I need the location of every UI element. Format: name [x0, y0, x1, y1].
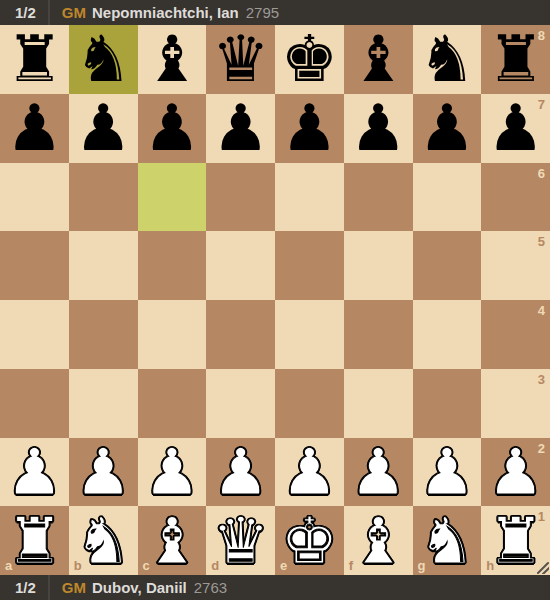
square-e8[interactable]: ♚ — [275, 25, 344, 94]
piece-white-pawn[interactable]: ♟ — [212, 438, 269, 506]
square-d6[interactable] — [206, 163, 275, 232]
piece-black-knight[interactable]: ♞ — [418, 25, 475, 93]
board-container: ♜♞♝♛♚♝♞8♜♟♟♟♟♟♟♟7♟6543♟♟♟♟♟♟♟2♟a♜b♞c♝d♛e… — [0, 25, 550, 575]
square-d4[interactable] — [206, 300, 275, 369]
square-c5[interactable] — [138, 231, 207, 300]
square-b7[interactable]: ♟ — [69, 94, 138, 163]
piece-black-pawn[interactable]: ♟ — [143, 94, 200, 162]
square-b5[interactable] — [69, 231, 138, 300]
square-e6[interactable] — [275, 163, 344, 232]
square-h2[interactable]: 2♟ — [481, 438, 550, 507]
piece-white-pawn[interactable]: ♟ — [349, 438, 406, 506]
piece-white-bishop[interactable]: ♝ — [349, 507, 406, 575]
piece-white-queen[interactable]: ♛ — [212, 507, 269, 575]
square-e5[interactable] — [275, 231, 344, 300]
square-f7[interactable]: ♟ — [344, 94, 413, 163]
square-a3[interactable] — [0, 369, 69, 438]
piece-white-knight[interactable]: ♞ — [74, 507, 131, 575]
player-title-bottom: GM — [62, 579, 86, 596]
piece-black-pawn[interactable]: ♟ — [212, 94, 269, 162]
coordinate-rank-3: 3 — [538, 372, 545, 387]
broadcast-game-widget: 1/2 GM Nepomniachtchi, Ian 2795 ♜♞♝♛♚♝♞8… — [0, 0, 550, 600]
square-h6[interactable]: 6 — [481, 163, 550, 232]
square-g3[interactable] — [413, 369, 482, 438]
square-h7[interactable]: 7♟ — [481, 94, 550, 163]
piece-black-bishop[interactable]: ♝ — [143, 25, 200, 93]
square-g5[interactable] — [413, 231, 482, 300]
square-a6[interactable] — [0, 163, 69, 232]
square-b3[interactable] — [69, 369, 138, 438]
player-title-top: GM — [62, 4, 86, 21]
piece-white-pawn[interactable]: ♟ — [6, 438, 63, 506]
square-h4[interactable]: 4 — [481, 300, 550, 369]
square-c7[interactable]: ♟ — [138, 94, 207, 163]
square-d3[interactable] — [206, 369, 275, 438]
result-bottom: 1/2 — [15, 579, 36, 596]
piece-black-pawn[interactable]: ♟ — [74, 94, 131, 162]
coordinate-rank-6: 6 — [538, 166, 545, 181]
square-d8[interactable]: ♛ — [206, 25, 275, 94]
piece-black-pawn[interactable]: ♟ — [418, 94, 475, 162]
square-f2[interactable]: ♟ — [344, 438, 413, 507]
square-h8[interactable]: 8♜ — [481, 25, 550, 94]
piece-white-bishop[interactable]: ♝ — [143, 507, 200, 575]
square-a7[interactable]: ♟ — [0, 94, 69, 163]
square-b1[interactable]: b♞ — [69, 506, 138, 575]
square-e2[interactable]: ♟ — [275, 438, 344, 507]
square-f8[interactable]: ♝ — [344, 25, 413, 94]
square-f6[interactable] — [344, 163, 413, 232]
square-c6[interactable] — [138, 163, 207, 232]
chess-board[interactable]: ♜♞♝♛♚♝♞8♜♟♟♟♟♟♟♟7♟6543♟♟♟♟♟♟♟2♟a♜b♞c♝d♛e… — [0, 25, 550, 575]
square-c4[interactable] — [138, 300, 207, 369]
square-a2[interactable]: ♟ — [0, 438, 69, 507]
square-d7[interactable]: ♟ — [206, 94, 275, 163]
piece-black-rook[interactable]: ♜ — [487, 25, 544, 93]
square-b2[interactable]: ♟ — [69, 438, 138, 507]
square-f1[interactable]: f♝ — [344, 506, 413, 575]
square-c2[interactable]: ♟ — [138, 438, 207, 507]
square-g1[interactable]: g♞ — [413, 506, 482, 575]
piece-black-king[interactable]: ♚ — [281, 25, 338, 93]
square-d2[interactable]: ♟ — [206, 438, 275, 507]
square-e1[interactable]: e♚ — [275, 506, 344, 575]
square-g6[interactable] — [413, 163, 482, 232]
square-h5[interactable]: 5 — [481, 231, 550, 300]
piece-white-pawn[interactable]: ♟ — [74, 438, 131, 506]
player-rating-bottom: 2763 — [194, 579, 227, 596]
square-a1[interactable]: a♜ — [0, 506, 69, 575]
square-a5[interactable] — [0, 231, 69, 300]
piece-black-pawn[interactable]: ♟ — [349, 94, 406, 162]
player-rating-top: 2795 — [246, 4, 279, 21]
player-bar-bottom: 1/2 GM Dubov, Daniil 2763 — [0, 575, 550, 600]
square-d5[interactable] — [206, 231, 275, 300]
square-b4[interactable] — [69, 300, 138, 369]
piece-black-pawn[interactable]: ♟ — [6, 94, 63, 162]
piece-white-pawn[interactable]: ♟ — [418, 438, 475, 506]
piece-white-pawn[interactable]: ♟ — [143, 438, 200, 506]
piece-white-pawn[interactable]: ♟ — [487, 438, 544, 506]
piece-black-queen[interactable]: ♛ — [212, 25, 269, 93]
square-a8[interactable]: ♜ — [0, 25, 69, 94]
bar-divider-bottom — [48, 575, 50, 600]
square-h3[interactable]: 3 — [481, 369, 550, 438]
square-c8[interactable]: ♝ — [138, 25, 207, 94]
bar-divider-top — [48, 0, 50, 25]
square-f5[interactable] — [344, 231, 413, 300]
piece-white-pawn[interactable]: ♟ — [281, 438, 338, 506]
piece-white-rook[interactable]: ♜ — [6, 507, 63, 575]
square-e7[interactable]: ♟ — [275, 94, 344, 163]
square-f4[interactable] — [344, 300, 413, 369]
square-e4[interactable] — [275, 300, 344, 369]
piece-white-knight[interactable]: ♞ — [418, 507, 475, 575]
piece-black-bishop[interactable]: ♝ — [349, 25, 406, 93]
player-bar-top: 1/2 GM Nepomniachtchi, Ian 2795 — [0, 0, 550, 25]
coordinate-rank-4: 4 — [538, 303, 545, 318]
square-g7[interactable]: ♟ — [413, 94, 482, 163]
square-g4[interactable] — [413, 300, 482, 369]
board-resize-handle[interactable] — [535, 560, 549, 574]
square-a4[interactable] — [0, 300, 69, 369]
square-g2[interactable]: ♟ — [413, 438, 482, 507]
piece-black-pawn[interactable]: ♟ — [487, 94, 544, 162]
result-top: 1/2 — [15, 4, 36, 21]
coordinate-rank-5: 5 — [538, 234, 545, 249]
piece-black-pawn[interactable]: ♟ — [281, 94, 338, 162]
player-name-top: Nepomniachtchi, Ian — [92, 4, 239, 21]
piece-black-knight[interactable]: ♞ — [74, 25, 131, 93]
square-d1[interactable]: d♛ — [206, 506, 275, 575]
square-g8[interactable]: ♞ — [413, 25, 482, 94]
piece-white-king[interactable]: ♚ — [281, 507, 338, 575]
player-name-bottom: Dubov, Daniil — [92, 579, 187, 596]
square-e3[interactable] — [275, 369, 344, 438]
square-f3[interactable] — [344, 369, 413, 438]
square-b6[interactable] — [69, 163, 138, 232]
square-c3[interactable] — [138, 369, 207, 438]
square-c1[interactable]: c♝ — [138, 506, 207, 575]
square-b8[interactable]: ♞ — [69, 25, 138, 94]
piece-black-rook[interactable]: ♜ — [6, 25, 63, 93]
